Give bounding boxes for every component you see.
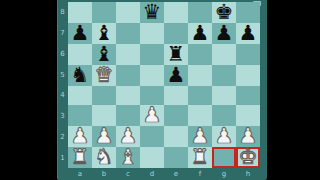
rank-label-2: 2 bbox=[57, 127, 68, 148]
square-h1[interactable]: ♚ bbox=[236, 147, 260, 168]
square-f6[interactable] bbox=[188, 44, 212, 65]
piece-white-king[interactable]: ♚ bbox=[239, 147, 258, 168]
piece-black-knight[interactable]: ♞ bbox=[71, 65, 90, 86]
piece-black-pawn[interactable]: ♟ bbox=[167, 65, 186, 86]
square-f4[interactable] bbox=[188, 86, 212, 105]
piece-white-queen[interactable]: ♛ bbox=[95, 65, 114, 86]
piece-black-pawn[interactable]: ♟ bbox=[71, 23, 90, 44]
square-g7[interactable]: ♟ bbox=[212, 23, 236, 44]
piece-black-queen[interactable]: ♛ bbox=[143, 2, 162, 23]
square-b4[interactable] bbox=[92, 86, 116, 105]
square-c7[interactable] bbox=[116, 23, 140, 44]
piece-black-pawn[interactable]: ♟ bbox=[239, 23, 258, 44]
square-c1[interactable]: ♝ bbox=[116, 147, 140, 168]
piece-black-bishop[interactable]: ♝ bbox=[95, 23, 114, 44]
square-f1[interactable]: ♜ bbox=[188, 147, 212, 168]
file-label-a: a bbox=[68, 168, 92, 179]
square-f5[interactable] bbox=[188, 65, 212, 86]
square-d8[interactable]: ♛ bbox=[140, 2, 164, 23]
piece-white-pawn[interactable]: ♟ bbox=[215, 126, 234, 147]
file-label-c: c bbox=[116, 168, 140, 179]
square-c8[interactable] bbox=[116, 2, 140, 23]
square-d2[interactable] bbox=[140, 126, 164, 147]
square-b1[interactable]: ♞ bbox=[92, 147, 116, 168]
square-e2[interactable] bbox=[164, 126, 188, 147]
square-e4[interactable] bbox=[164, 86, 188, 105]
square-g4[interactable] bbox=[212, 86, 236, 105]
rank-label-3: 3 bbox=[57, 106, 68, 127]
square-d3[interactable]: ♟ bbox=[140, 105, 164, 126]
rank-label-5: 5 bbox=[57, 64, 68, 85]
piece-black-pawn[interactable]: ♟ bbox=[215, 23, 234, 44]
rank-label-7: 7 bbox=[57, 23, 68, 44]
file-label-g: g bbox=[212, 168, 236, 179]
square-g2[interactable]: ♟ bbox=[212, 126, 236, 147]
square-d6[interactable] bbox=[140, 44, 164, 65]
piece-white-pawn[interactable]: ♟ bbox=[71, 126, 90, 147]
piece-white-pawn[interactable]: ♟ bbox=[95, 126, 114, 147]
piece-white-pawn[interactable]: ♟ bbox=[239, 126, 258, 147]
file-label-h: h bbox=[236, 168, 260, 179]
square-h5[interactable] bbox=[236, 65, 260, 86]
square-d5[interactable] bbox=[140, 65, 164, 86]
piece-white-knight[interactable]: ♞ bbox=[95, 147, 114, 168]
square-h4[interactable] bbox=[236, 86, 260, 105]
rank-label-4: 4 bbox=[57, 85, 68, 106]
piece-black-bishop[interactable]: ♝ bbox=[95, 44, 114, 65]
square-a7[interactable]: ♟ bbox=[68, 23, 92, 44]
square-e3[interactable] bbox=[164, 105, 188, 126]
square-e1[interactable] bbox=[164, 147, 188, 168]
piece-white-pawn[interactable]: ♟ bbox=[119, 126, 138, 147]
square-c4[interactable] bbox=[116, 86, 140, 105]
square-e8[interactable] bbox=[164, 2, 188, 23]
square-d1[interactable] bbox=[140, 147, 164, 168]
piece-white-rook[interactable]: ♜ bbox=[71, 147, 90, 168]
square-h7[interactable]: ♟ bbox=[236, 23, 260, 44]
square-a5[interactable]: ♞ bbox=[68, 65, 92, 86]
piece-black-rook[interactable]: ♜ bbox=[167, 44, 186, 65]
rank-label-8: 8 bbox=[57, 2, 68, 23]
piece-black-king[interactable]: ♚ bbox=[215, 2, 234, 23]
square-f7[interactable]: ♟ bbox=[188, 23, 212, 44]
file-label-b: b bbox=[92, 168, 116, 179]
square-b5[interactable]: ♛ bbox=[92, 65, 116, 86]
piece-white-pawn[interactable]: ♟ bbox=[143, 105, 162, 126]
square-a4[interactable] bbox=[68, 86, 92, 105]
piece-white-pawn[interactable]: ♟ bbox=[191, 126, 210, 147]
chess-board: ♛♚♟♝♟♟♟♝♜♞♛♟♟♟♟♟♟♟♟♜♞♝♜♚ bbox=[68, 2, 260, 168]
square-g5[interactable] bbox=[212, 65, 236, 86]
file-label-e: e bbox=[164, 168, 188, 179]
square-a1[interactable]: ♜ bbox=[68, 147, 92, 168]
file-label-f: f bbox=[188, 168, 212, 179]
rank-label-1: 1 bbox=[57, 147, 68, 168]
chess-app-window: ♛♚♟♝♟♟♟♝♜♞♛♟♟♟♟♟♟♟♟♜♞♝♜♚ 87654321abcdefg… bbox=[0, 0, 320, 180]
square-c6[interactable] bbox=[116, 44, 140, 65]
square-c5[interactable] bbox=[116, 65, 140, 86]
square-g6[interactable] bbox=[212, 44, 236, 65]
square-e5[interactable]: ♟ bbox=[164, 65, 188, 86]
square-g1[interactable] bbox=[212, 147, 236, 168]
square-d7[interactable] bbox=[140, 23, 164, 44]
file-label-d: d bbox=[140, 168, 164, 179]
piece-white-rook[interactable]: ♜ bbox=[191, 147, 210, 168]
piece-black-pawn[interactable]: ♟ bbox=[191, 23, 210, 44]
rank-label-6: 6 bbox=[57, 44, 68, 65]
piece-white-bishop[interactable]: ♝ bbox=[119, 147, 138, 168]
square-h6[interactable] bbox=[236, 44, 260, 65]
